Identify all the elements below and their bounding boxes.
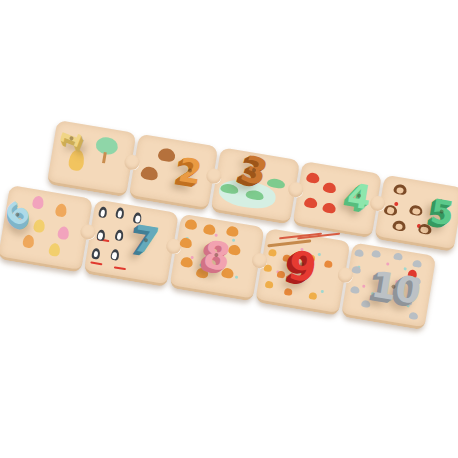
puzzle-piece-3[interactable]: 3 [211, 147, 301, 224]
mouse-icon [412, 260, 422, 268]
penguin-icon [96, 229, 106, 241]
puzzle-piece-10[interactable]: 10 [341, 242, 436, 330]
puzzle-piece-7[interactable]: 7 [84, 199, 179, 287]
penguin-icon [115, 229, 125, 241]
mouse-icon [355, 249, 365, 257]
peg-hole [252, 168, 257, 173]
bird-icon [284, 288, 293, 296]
puzzle-piece-6[interactable]: 6 [0, 185, 93, 273]
peg-hole [214, 253, 219, 258]
puzzle-piece-8[interactable]: 8 [169, 214, 264, 302]
penguin-icon [110, 249, 120, 261]
fox-icon [304, 197, 318, 209]
squirrel-icon [184, 219, 197, 231]
fox-icon [322, 202, 336, 214]
hedgehog-belly [396, 187, 404, 194]
hedgehog-icon [393, 184, 407, 196]
number-block-5[interactable]: 5 [428, 194, 455, 230]
rabbit-icon [57, 225, 70, 240]
number-block-10[interactable]: 10 [369, 266, 422, 309]
bird-icon [264, 264, 273, 272]
peg-hole [68, 135, 73, 140]
peg-hole [14, 211, 20, 217]
bird-icon [324, 260, 333, 268]
penguin-icon [91, 247, 101, 259]
puzzle-piece-4[interactable]: 4 [292, 161, 382, 238]
peg-hole [188, 168, 193, 173]
penguin-belly [98, 232, 104, 239]
giraffe-icon [67, 149, 85, 172]
fox-icon [322, 182, 336, 194]
penguin-icon [115, 207, 125, 219]
hedgehog-icon [409, 204, 423, 216]
penguin-belly [100, 209, 106, 216]
penguin-belly [117, 232, 123, 239]
peg-hole [440, 209, 445, 214]
puzzle-board: 12345 678910 [0, 114, 458, 333]
number-block-4[interactable]: 4 [345, 178, 372, 214]
squirrel-icon [180, 256, 193, 268]
fox-icon [306, 172, 320, 184]
puzzle-piece-1[interactable]: 1 [47, 120, 137, 197]
penguin-belly [117, 211, 123, 218]
hedgehog-belly [412, 207, 420, 214]
number-block-2[interactable]: 2 [176, 153, 203, 189]
rabbit-icon [22, 234, 35, 249]
puzzle-piece-2[interactable]: 2 [129, 134, 219, 211]
mouse-icon [393, 252, 403, 260]
puzzle-piece-9[interactable]: 9 [255, 228, 350, 316]
number-block-9[interactable]: 9 [286, 244, 319, 288]
rabbit-icon [32, 195, 45, 210]
sled-icon [90, 261, 102, 265]
number-block-1[interactable]: 1 [56, 126, 85, 150]
peg-hole [357, 193, 362, 198]
penguin-belly [93, 250, 99, 257]
bird-icon [264, 280, 273, 288]
penguin-belly [112, 252, 118, 259]
rabbit-icon [48, 243, 61, 258]
puzzle-piece-5[interactable]: 5 [374, 175, 458, 252]
bird-icon [308, 292, 317, 300]
hedgehog-belly [395, 223, 403, 230]
bear-icon [158, 147, 177, 163]
peg-hole [143, 237, 148, 242]
bear-icon [140, 166, 159, 182]
squirrel-icon [180, 237, 193, 249]
hedgehog-icon [392, 220, 406, 232]
peg-hole [300, 262, 305, 267]
mouse-icon [350, 286, 360, 294]
number-block-7[interactable]: 7 [131, 221, 161, 260]
bird-icon [276, 271, 285, 279]
mouse-icon [409, 312, 419, 320]
rabbit-icon [54, 203, 67, 218]
peg-hole [392, 285, 397, 290]
number-block-6[interactable]: 6 [0, 197, 35, 232]
berries-icon [394, 202, 399, 207]
hedgehog-belly [386, 207, 394, 214]
bird-icon [268, 249, 277, 257]
mouse-icon [371, 250, 381, 258]
penguin-icon [98, 206, 108, 218]
tree-icon [94, 135, 119, 155]
